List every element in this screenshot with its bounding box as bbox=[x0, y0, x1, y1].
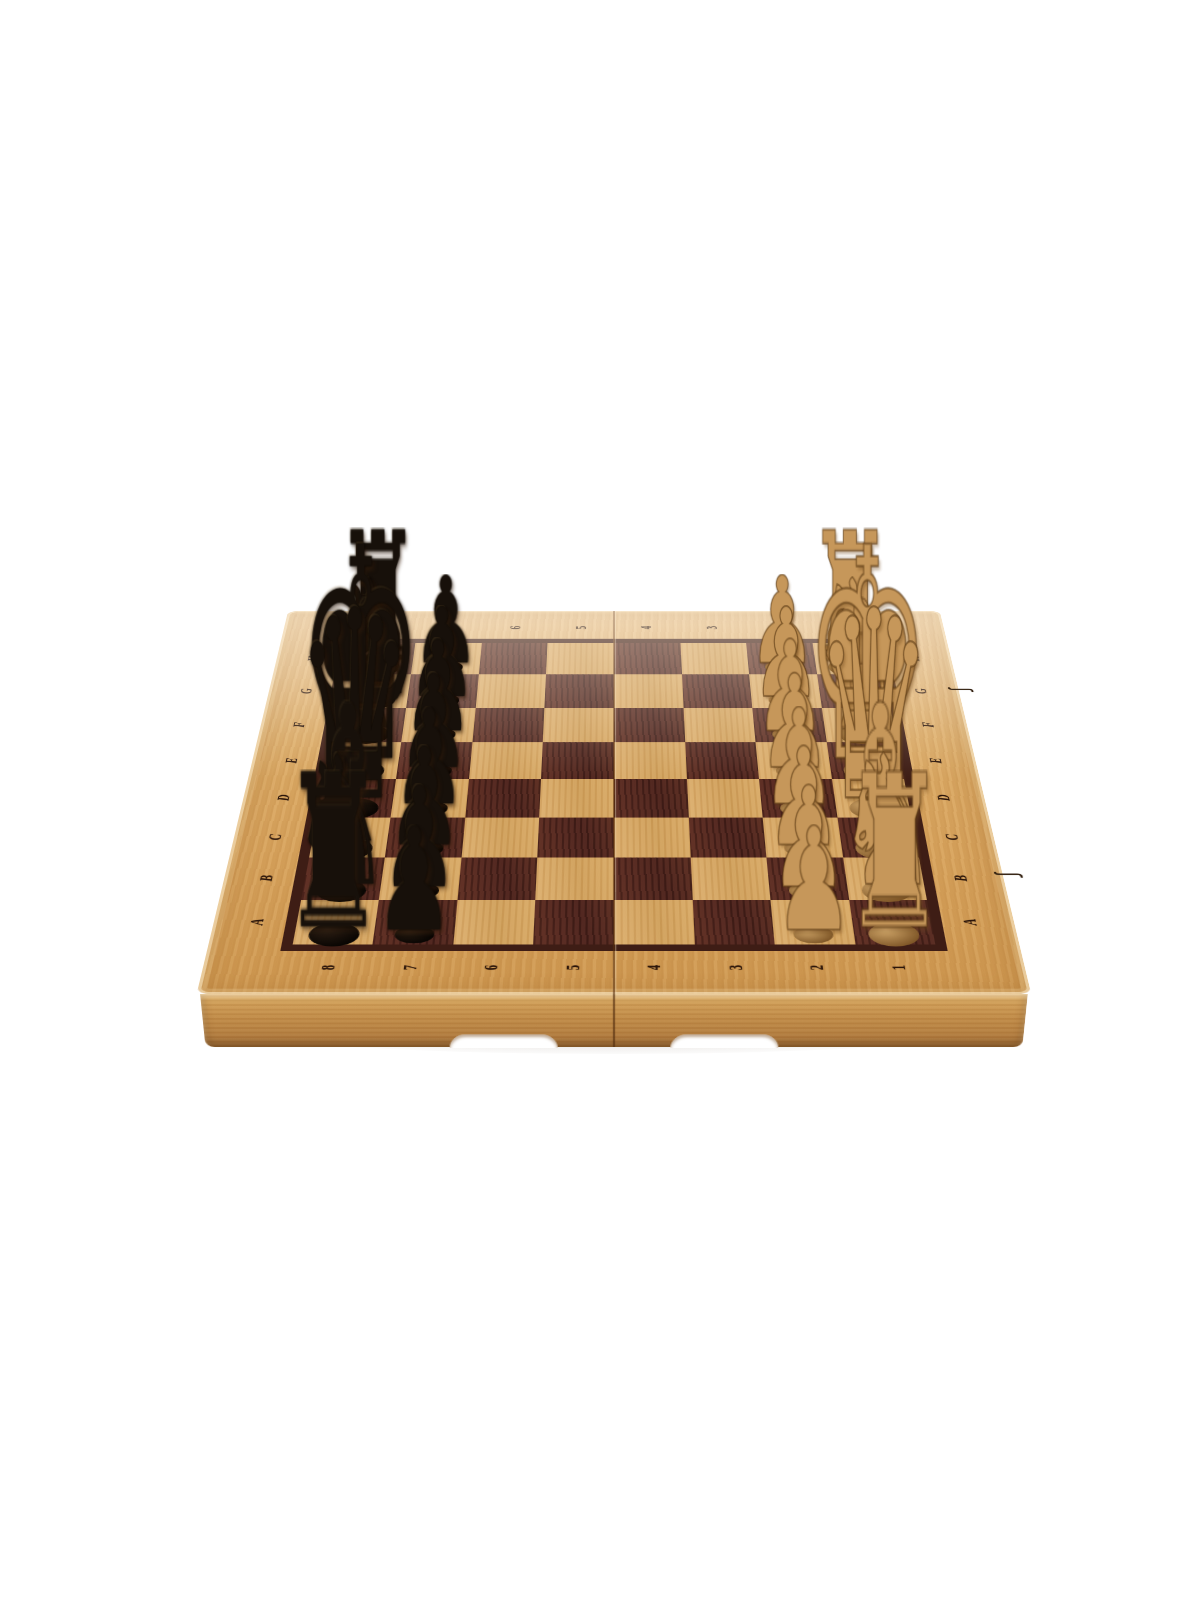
square-h5 bbox=[546, 643, 614, 675]
handle-notch bbox=[449, 1034, 558, 1048]
pawn-glyph: ♟ bbox=[775, 824, 854, 938]
square-e4 bbox=[614, 743, 687, 779]
square-g4 bbox=[614, 675, 683, 708]
square-f4 bbox=[614, 708, 685, 743]
square-h3 bbox=[680, 643, 749, 675]
square-e5 bbox=[541, 743, 614, 779]
pawn-glyph: ♟ bbox=[374, 824, 453, 938]
square-e3 bbox=[685, 743, 759, 779]
label-rank-far-7: 7 bbox=[443, 626, 458, 629]
square-g6 bbox=[476, 675, 547, 708]
label-rank-far-6: 6 bbox=[509, 626, 524, 629]
handle-notch bbox=[670, 1034, 779, 1048]
clasp-icon: ʃ bbox=[996, 872, 1025, 877]
clasp-icon: ʃ bbox=[950, 688, 975, 692]
chess-board: 8877665544332211HHGGFFEEDDCCBBAA ʃ ʃ ♜♞♝… bbox=[197, 611, 1032, 994]
square-f6 bbox=[472, 708, 544, 743]
square-g3 bbox=[682, 675, 753, 708]
case-front-seam bbox=[613, 994, 615, 1047]
label-rank-far-5: 5 bbox=[574, 626, 588, 629]
label-rank-far-3: 3 bbox=[705, 626, 720, 629]
square-g5 bbox=[545, 675, 614, 708]
square-h7 bbox=[411, 643, 482, 675]
square-h6 bbox=[479, 643, 548, 675]
square-f5 bbox=[543, 708, 614, 743]
label-rank-far-2: 2 bbox=[770, 626, 785, 629]
square-h2 bbox=[746, 643, 817, 675]
rook-glyph: ♜ bbox=[843, 769, 946, 939]
label-rank-far-4: 4 bbox=[639, 626, 653, 629]
square-h4 bbox=[614, 643, 682, 675]
rook-glyph: ♜ bbox=[282, 769, 385, 939]
square-e6 bbox=[469, 743, 543, 779]
case-front-panel bbox=[200, 994, 1028, 1047]
chess-photo-scene: 8877665544332211HHGGFFEEDDCCBBAA ʃ ʃ ♜♞♝… bbox=[0, 0, 1200, 1600]
square-f3 bbox=[683, 708, 755, 743]
